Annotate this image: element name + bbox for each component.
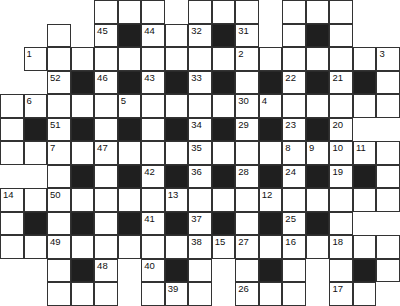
cell-r6c11[interactable] bbox=[259, 141, 283, 165]
cell-r0c12[interactable] bbox=[282, 0, 306, 24]
clue-number-46: 46 bbox=[97, 72, 108, 83]
cell-r5c8[interactable]: 34 bbox=[188, 118, 212, 142]
cell-r11c16[interactable] bbox=[376, 259, 400, 283]
cell-r6c0[interactable] bbox=[0, 141, 24, 165]
cell-r8c2[interactable]: 50 bbox=[47, 188, 71, 212]
clue-number-43: 43 bbox=[144, 72, 155, 83]
black-cell-r11c11 bbox=[259, 259, 283, 283]
clue-number-51: 51 bbox=[50, 119, 61, 130]
black-cell-r3c11 bbox=[259, 71, 283, 95]
cell-r8c1[interactable] bbox=[24, 188, 48, 212]
cell-r0c14[interactable] bbox=[329, 0, 353, 24]
black-cell-r9c11 bbox=[259, 212, 283, 236]
cell-r12c8[interactable] bbox=[188, 282, 212, 306]
cell-r12c12[interactable] bbox=[282, 282, 306, 306]
cell-r5c2[interactable]: 51 bbox=[47, 118, 71, 142]
black-cell-r7c7 bbox=[165, 165, 189, 189]
cell-r10c13[interactable] bbox=[306, 235, 330, 259]
cell-r6c5[interactable] bbox=[118, 141, 142, 165]
cell-r6c15[interactable]: 11 bbox=[353, 141, 377, 165]
cell-r2c8[interactable] bbox=[188, 47, 212, 71]
clue-number-22: 22 bbox=[285, 72, 296, 83]
cell-r12c15[interactable] bbox=[353, 282, 377, 306]
black-cell-r5c3 bbox=[71, 118, 95, 142]
black-cell-r9c5 bbox=[118, 212, 142, 236]
cell-r6c2[interactable]: 7 bbox=[47, 141, 71, 165]
clue-number-9: 9 bbox=[309, 142, 314, 153]
black-cell-r9c1 bbox=[24, 212, 48, 236]
black-cell-r7c3 bbox=[71, 165, 95, 189]
cell-r12c10[interactable]: 26 bbox=[235, 282, 259, 306]
black-cell-r5c13 bbox=[306, 118, 330, 142]
cell-r3c16[interactable] bbox=[376, 71, 400, 95]
clue-number-42: 42 bbox=[144, 166, 155, 177]
cell-r4c16[interactable] bbox=[376, 94, 400, 118]
clue-number-14: 14 bbox=[3, 189, 14, 200]
cell-r10c9[interactable]: 15 bbox=[212, 235, 236, 259]
crossword-page: 4544323112352464333222165304513429232074… bbox=[0, 0, 400, 306]
cell-r8c14[interactable] bbox=[329, 188, 353, 212]
cell-r4c4[interactable] bbox=[94, 94, 118, 118]
cell-r10c7[interactable] bbox=[165, 235, 189, 259]
clue-number-2: 2 bbox=[238, 48, 243, 59]
cell-r0c13[interactable] bbox=[306, 0, 330, 24]
cell-r0c10[interactable] bbox=[235, 0, 259, 24]
cell-r8c11[interactable]: 12 bbox=[259, 188, 283, 212]
clue-number-7: 7 bbox=[50, 142, 55, 153]
cell-r6c4[interactable]: 47 bbox=[94, 141, 118, 165]
cell-r7c2[interactable] bbox=[47, 165, 71, 189]
clue-number-25: 25 bbox=[285, 213, 296, 224]
black-cell-r7c13 bbox=[306, 165, 330, 189]
black-cell-r3c13 bbox=[306, 71, 330, 95]
cell-r8c3[interactable] bbox=[71, 188, 95, 212]
cell-r10c0[interactable] bbox=[0, 235, 24, 259]
cell-r10c2[interactable]: 49 bbox=[47, 235, 71, 259]
cell-r12c2[interactable] bbox=[47, 282, 71, 306]
cell-r9c6[interactable]: 41 bbox=[141, 212, 165, 236]
cell-r9c14[interactable] bbox=[329, 212, 353, 236]
cell-r2c10[interactable]: 2 bbox=[235, 47, 259, 71]
clue-number-44: 44 bbox=[144, 25, 155, 36]
cell-r4c13[interactable] bbox=[306, 94, 330, 118]
clue-number-20: 20 bbox=[332, 119, 343, 130]
cell-r9c12[interactable]: 25 bbox=[282, 212, 306, 236]
clue-number-24: 24 bbox=[285, 166, 296, 177]
cell-r1c4[interactable]: 45 bbox=[94, 24, 118, 48]
cell-r6c13[interactable]: 9 bbox=[306, 141, 330, 165]
black-cell-r9c13 bbox=[306, 212, 330, 236]
cell-r8c16[interactable] bbox=[376, 188, 400, 212]
cell-r4c0[interactable] bbox=[0, 94, 24, 118]
clue-number-29: 29 bbox=[238, 119, 249, 130]
black-cell-r5c7 bbox=[165, 118, 189, 142]
cell-r3c8[interactable]: 33 bbox=[188, 71, 212, 95]
black-cell-r5c9 bbox=[212, 118, 236, 142]
cell-r2c14[interactable] bbox=[329, 47, 353, 71]
black-cell-r9c9 bbox=[212, 212, 236, 236]
cell-r11c2[interactable] bbox=[47, 259, 71, 283]
cell-r0c5[interactable] bbox=[118, 0, 142, 24]
black-cell-r3c9 bbox=[212, 71, 236, 95]
cell-r5c0[interactable] bbox=[0, 118, 24, 142]
cell-r4c8[interactable] bbox=[188, 94, 212, 118]
cell-r6c16[interactable] bbox=[376, 141, 400, 165]
cell-r11c10[interactable] bbox=[235, 259, 259, 283]
cell-r2c1[interactable]: 1 bbox=[24, 47, 48, 71]
black-cell-r3c7 bbox=[165, 71, 189, 95]
cell-r6c10[interactable] bbox=[235, 141, 259, 165]
clue-number-21: 21 bbox=[332, 72, 343, 83]
cell-r7c12[interactable]: 24 bbox=[282, 165, 306, 189]
clue-number-16: 16 bbox=[285, 236, 296, 247]
cell-r10c12[interactable]: 16 bbox=[282, 235, 306, 259]
clue-number-48: 48 bbox=[97, 260, 108, 271]
cell-r12c14[interactable]: 17 bbox=[329, 282, 353, 306]
cell-r1c6[interactable]: 44 bbox=[141, 24, 165, 48]
cell-r0c9[interactable] bbox=[212, 0, 236, 24]
cell-r12c7[interactable]: 39 bbox=[165, 282, 189, 306]
clue-number-35: 35 bbox=[191, 142, 202, 153]
black-cell-r9c7 bbox=[165, 212, 189, 236]
clue-number-19: 19 bbox=[332, 166, 343, 177]
black-cell-r5c5 bbox=[118, 118, 142, 142]
black-cell-r7c5 bbox=[118, 165, 142, 189]
cell-r7c16[interactable] bbox=[376, 165, 400, 189]
cell-r2c12[interactable] bbox=[282, 47, 306, 71]
clue-number-40: 40 bbox=[144, 260, 155, 271]
cell-r10c11[interactable] bbox=[259, 235, 283, 259]
clue-number-10: 10 bbox=[332, 142, 343, 153]
cell-r10c8[interactable]: 38 bbox=[188, 235, 212, 259]
clue-number-34: 34 bbox=[191, 119, 202, 130]
clue-number-1: 1 bbox=[27, 48, 32, 59]
cell-r1c14[interactable] bbox=[329, 24, 353, 48]
cell-r6c3[interactable] bbox=[71, 141, 95, 165]
clue-number-38: 38 bbox=[191, 236, 202, 247]
black-cell-r11c15 bbox=[353, 259, 377, 283]
clue-number-18: 18 bbox=[332, 236, 343, 247]
cell-r3c12[interactable]: 22 bbox=[282, 71, 306, 95]
cell-r7c6[interactable]: 42 bbox=[141, 165, 165, 189]
cell-r2c7[interactable] bbox=[165, 47, 189, 71]
cell-r3c10[interactable] bbox=[235, 71, 259, 95]
cell-r2c15[interactable] bbox=[353, 47, 377, 71]
crossword-grid: 4544323112352464333222165304513429232074… bbox=[0, 0, 400, 306]
black-cell-r11c7 bbox=[165, 259, 189, 283]
cell-r4c2[interactable] bbox=[47, 94, 71, 118]
cell-r2c6[interactable] bbox=[141, 47, 165, 71]
black-cell-r1c5 bbox=[118, 24, 142, 48]
clue-number-30: 30 bbox=[238, 95, 249, 106]
cell-r1c7[interactable] bbox=[165, 24, 189, 48]
clue-number-52: 52 bbox=[50, 72, 61, 83]
black-cell-r7c11 bbox=[259, 165, 283, 189]
cell-r0c6[interactable] bbox=[141, 0, 165, 24]
clue-number-23: 23 bbox=[285, 119, 296, 130]
cell-r12c6[interactable] bbox=[141, 282, 165, 306]
cell-r8c0[interactable]: 14 bbox=[0, 188, 24, 212]
cell-r6c8[interactable]: 35 bbox=[188, 141, 212, 165]
cell-r4c15[interactable] bbox=[353, 94, 377, 118]
cell-r4c5[interactable]: 5 bbox=[118, 94, 142, 118]
cell-r4c12[interactable] bbox=[282, 94, 306, 118]
clue-number-12: 12 bbox=[262, 189, 273, 200]
cell-r2c13[interactable] bbox=[306, 47, 330, 71]
cell-r9c2[interactable] bbox=[47, 212, 71, 236]
cell-r10c3[interactable] bbox=[71, 235, 95, 259]
cell-r8c9[interactable] bbox=[212, 188, 236, 212]
clue-number-33: 33 bbox=[191, 72, 202, 83]
cell-r3c14[interactable]: 21 bbox=[329, 71, 353, 95]
cell-r11c6[interactable]: 40 bbox=[141, 259, 165, 283]
cell-r12c3[interactable] bbox=[71, 282, 95, 306]
cell-r2c3[interactable] bbox=[71, 47, 95, 71]
cell-r2c11[interactable] bbox=[259, 47, 283, 71]
cell-r10c5[interactable] bbox=[118, 235, 142, 259]
cell-r2c2[interactable] bbox=[47, 47, 71, 71]
cell-r6c12[interactable]: 8 bbox=[282, 141, 306, 165]
cell-r8c15[interactable] bbox=[353, 188, 377, 212]
cell-r10c14[interactable]: 18 bbox=[329, 235, 353, 259]
clue-number-17: 17 bbox=[332, 283, 343, 294]
clue-number-39: 39 bbox=[168, 283, 179, 294]
cell-r11c14[interactable] bbox=[329, 259, 353, 283]
clue-number-31: 31 bbox=[238, 25, 249, 36]
black-cell-r3c3 bbox=[71, 71, 95, 95]
cell-r8c13[interactable] bbox=[306, 188, 330, 212]
clue-number-49: 49 bbox=[50, 236, 61, 247]
cell-r3c4[interactable]: 46 bbox=[94, 71, 118, 95]
cell-r8c8[interactable] bbox=[188, 188, 212, 212]
black-cell-r7c15 bbox=[353, 165, 377, 189]
cell-r2c5[interactable] bbox=[118, 47, 142, 71]
clue-number-27: 27 bbox=[238, 236, 249, 247]
cell-r10c4[interactable] bbox=[94, 235, 118, 259]
clue-number-6: 6 bbox=[27, 95, 32, 106]
cell-r1c2[interactable] bbox=[47, 24, 71, 48]
cell-r5c12[interactable]: 23 bbox=[282, 118, 306, 142]
cell-r8c12[interactable] bbox=[282, 188, 306, 212]
cell-r2c4[interactable] bbox=[94, 47, 118, 71]
clue-number-4: 4 bbox=[262, 95, 267, 106]
black-cell-r1c13 bbox=[306, 24, 330, 48]
clue-number-13: 13 bbox=[168, 189, 179, 200]
cell-r6c6[interactable] bbox=[141, 141, 165, 165]
cell-r12c11[interactable] bbox=[259, 282, 283, 306]
cell-r8c4[interactable] bbox=[94, 188, 118, 212]
cell-r2c9[interactable] bbox=[212, 47, 236, 71]
cell-r2c16[interactable]: 3 bbox=[376, 47, 400, 71]
cell-r5c4[interactable] bbox=[94, 118, 118, 142]
clue-number-26: 26 bbox=[238, 283, 249, 294]
cell-r9c0[interactable] bbox=[0, 212, 24, 236]
cell-r4c9[interactable] bbox=[212, 94, 236, 118]
cell-r6c1[interactable] bbox=[24, 141, 48, 165]
cell-r1c10[interactable]: 31 bbox=[235, 24, 259, 48]
cell-r7c4[interactable] bbox=[94, 165, 118, 189]
clue-number-37: 37 bbox=[191, 213, 202, 224]
cell-r1c12[interactable] bbox=[282, 24, 306, 48]
cell-r10c16[interactable] bbox=[376, 235, 400, 259]
cell-r4c7[interactable] bbox=[165, 94, 189, 118]
cell-r8c7[interactable]: 13 bbox=[165, 188, 189, 212]
cell-r12c4[interactable] bbox=[94, 282, 118, 306]
black-cell-r5c11 bbox=[259, 118, 283, 142]
cell-r8c6[interactable] bbox=[141, 188, 165, 212]
clue-number-8: 8 bbox=[285, 142, 290, 153]
clue-number-47: 47 bbox=[97, 142, 108, 153]
clue-number-36: 36 bbox=[191, 166, 202, 177]
cell-r5c6[interactable] bbox=[141, 118, 165, 142]
clue-number-28: 28 bbox=[238, 166, 249, 177]
cell-r5c14[interactable]: 20 bbox=[329, 118, 353, 142]
cell-r3c6[interactable]: 43 bbox=[141, 71, 165, 95]
cell-r10c1[interactable] bbox=[24, 235, 48, 259]
black-cell-r11c3 bbox=[71, 259, 95, 283]
black-cell-r1c9 bbox=[212, 24, 236, 48]
cell-r9c10[interactable] bbox=[235, 212, 259, 236]
cell-r7c8[interactable]: 36 bbox=[188, 165, 212, 189]
cell-r9c4[interactable] bbox=[94, 212, 118, 236]
cell-r7c14[interactable]: 19 bbox=[329, 165, 353, 189]
clue-number-50: 50 bbox=[50, 189, 61, 200]
clue-number-15: 15 bbox=[215, 236, 226, 247]
cell-r10c10[interactable]: 27 bbox=[235, 235, 259, 259]
clue-number-3: 3 bbox=[379, 48, 384, 59]
clue-number-5: 5 bbox=[121, 95, 126, 106]
cell-r6c14[interactable]: 10 bbox=[329, 141, 353, 165]
clue-number-11: 11 bbox=[356, 142, 366, 153]
cell-r8c5[interactable] bbox=[118, 188, 142, 212]
cell-r10c6[interactable] bbox=[141, 235, 165, 259]
cell-r4c11[interactable]: 4 bbox=[259, 94, 283, 118]
cell-r0c8[interactable] bbox=[188, 0, 212, 24]
clue-number-41: 41 bbox=[144, 213, 155, 224]
black-cell-r9c3 bbox=[71, 212, 95, 236]
cell-r1c8[interactable]: 32 bbox=[188, 24, 212, 48]
cell-r0c4[interactable] bbox=[94, 0, 118, 24]
black-cell-r5c1 bbox=[24, 118, 48, 142]
cell-r9c8[interactable]: 37 bbox=[188, 212, 212, 236]
cell-r4c14[interactable] bbox=[329, 94, 353, 118]
cell-r4c3[interactable] bbox=[71, 94, 95, 118]
cell-r6c7[interactable] bbox=[165, 141, 189, 165]
clue-number-32: 32 bbox=[191, 25, 202, 36]
cell-r7c10[interactable]: 28 bbox=[235, 165, 259, 189]
black-cell-r3c15 bbox=[353, 71, 377, 95]
cell-r3c2[interactable]: 52 bbox=[47, 71, 71, 95]
cell-r11c8[interactable] bbox=[188, 259, 212, 283]
cell-r10c15[interactable] bbox=[353, 235, 377, 259]
black-cell-r7c9 bbox=[212, 165, 236, 189]
cell-r6c9[interactable] bbox=[212, 141, 236, 165]
cell-r4c1[interactable]: 6 bbox=[24, 94, 48, 118]
cell-r8c10[interactable] bbox=[235, 188, 259, 212]
cell-r5c10[interactable]: 29 bbox=[235, 118, 259, 142]
black-cell-r3c5 bbox=[118, 71, 142, 95]
clue-number-45: 45 bbox=[97, 25, 108, 36]
cell-r4c6[interactable] bbox=[141, 94, 165, 118]
cell-r4c10[interactable]: 30 bbox=[235, 94, 259, 118]
cell-r11c12[interactable] bbox=[282, 259, 306, 283]
cell-r11c4[interactable]: 48 bbox=[94, 259, 118, 283]
